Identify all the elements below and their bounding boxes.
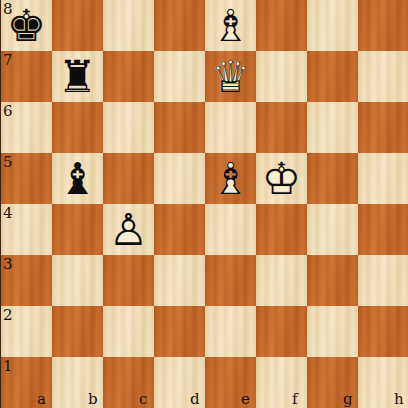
square-h7[interactable] [358,51,408,102]
square-a8[interactable]: ♚ [1,0,52,51]
square-f8[interactable] [256,0,307,51]
square-e2[interactable] [205,306,256,357]
piece-white-queen-e7[interactable]: ♛♕ [205,51,256,102]
square-a3[interactable] [1,255,52,306]
square-g3[interactable] [307,255,358,306]
square-h5[interactable] [358,153,408,204]
square-c8[interactable] [103,0,154,51]
square-g5[interactable] [307,153,358,204]
chess-diagram: ♚♝♗♜♛♕♝♝♗♚♔♟♙87654321abcdefgh [0,0,408,408]
square-a1[interactable] [1,357,52,408]
square-g6[interactable] [307,102,358,153]
square-h6[interactable] [358,102,408,153]
black-piece-glyph: ♜ [52,51,103,102]
piece-white-bishop-e5[interactable]: ♝♗ [205,153,256,204]
square-d7[interactable] [154,51,205,102]
square-a5[interactable] [1,153,52,204]
square-e3[interactable] [205,255,256,306]
piece-black-bishop-b5[interactable]: ♝ [52,153,103,204]
square-b1[interactable] [52,357,103,408]
chess-board: ♚♝♗♜♛♕♝♝♗♚♔♟♙87654321abcdefgh [0,0,408,408]
square-d1[interactable] [154,357,205,408]
square-f1[interactable] [256,357,307,408]
white-piece-outline-glyph: ♙ [103,204,154,255]
piece-white-king-f5[interactable]: ♚♔ [256,153,307,204]
square-h2[interactable] [358,306,408,357]
square-a2[interactable] [1,306,52,357]
square-b6[interactable] [52,102,103,153]
square-f5[interactable]: ♚♔ [256,153,307,204]
square-d4[interactable] [154,204,205,255]
square-h4[interactable] [358,204,408,255]
piece-white-pawn-c4[interactable]: ♟♙ [103,204,154,255]
square-g7[interactable] [307,51,358,102]
square-d3[interactable] [154,255,205,306]
square-e6[interactable] [205,102,256,153]
black-piece-glyph: ♚ [1,0,52,51]
square-g2[interactable] [307,306,358,357]
piece-black-king-a8[interactable]: ♚ [1,0,52,51]
piece-white-bishop-e8[interactable]: ♝♗ [205,0,256,51]
square-g4[interactable] [307,204,358,255]
white-piece-outline-glyph: ♗ [205,0,256,51]
square-a7[interactable] [1,51,52,102]
square-d6[interactable] [154,102,205,153]
square-a4[interactable] [1,204,52,255]
square-b2[interactable] [52,306,103,357]
square-c1[interactable] [103,357,154,408]
square-d5[interactable] [154,153,205,204]
white-piece-outline-glyph: ♔ [256,153,307,204]
square-h3[interactable] [358,255,408,306]
square-g8[interactable] [307,0,358,51]
square-c7[interactable] [103,51,154,102]
square-e8[interactable]: ♝♗ [205,0,256,51]
square-h1[interactable] [358,357,408,408]
piece-black-rook-b7[interactable]: ♜ [52,51,103,102]
square-a6[interactable] [1,102,52,153]
square-c4[interactable]: ♟♙ [103,204,154,255]
square-e5[interactable]: ♝♗ [205,153,256,204]
square-b8[interactable] [52,0,103,51]
square-c6[interactable] [103,102,154,153]
square-f7[interactable] [256,51,307,102]
white-piece-outline-glyph: ♕ [205,51,256,102]
square-f4[interactable] [256,204,307,255]
square-c5[interactable] [103,153,154,204]
square-c3[interactable] [103,255,154,306]
square-e4[interactable] [205,204,256,255]
square-e1[interactable] [205,357,256,408]
square-f2[interactable] [256,306,307,357]
square-e7[interactable]: ♛♕ [205,51,256,102]
square-b3[interactable] [52,255,103,306]
square-g1[interactable] [307,357,358,408]
square-b7[interactable]: ♜ [52,51,103,102]
square-d2[interactable] [154,306,205,357]
square-h8[interactable] [358,0,408,51]
square-d8[interactable] [154,0,205,51]
square-f6[interactable] [256,102,307,153]
square-f3[interactable] [256,255,307,306]
black-piece-glyph: ♝ [52,153,103,204]
square-c2[interactable] [103,306,154,357]
square-b4[interactable] [52,204,103,255]
white-piece-outline-glyph: ♗ [205,153,256,204]
square-b5[interactable]: ♝ [52,153,103,204]
